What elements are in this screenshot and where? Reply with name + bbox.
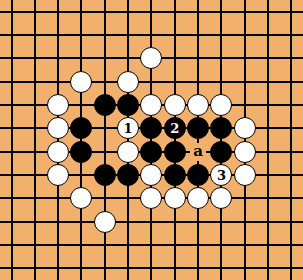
black-stone [140, 117, 162, 139]
white-stone [47, 164, 69, 186]
black-stone [94, 94, 116, 116]
white-stone [187, 187, 209, 209]
black-stone [210, 117, 232, 139]
stone-number-label: 2 [170, 122, 179, 135]
white-stone [140, 187, 162, 209]
black-stone [187, 117, 209, 139]
black-stone [70, 117, 92, 139]
grid-line-vertical [290, 0, 292, 280]
white-stone [234, 141, 256, 163]
grid-line-horizontal [0, 244, 303, 246]
grid-line-horizontal [0, 11, 303, 13]
white-stone [47, 94, 69, 116]
grid-line-horizontal [0, 267, 303, 269]
white-stone [94, 211, 116, 233]
stone-number-label: 1 [124, 122, 133, 135]
white-stone [164, 187, 186, 209]
grid-line-vertical [197, 0, 199, 280]
white-stone [187, 94, 209, 116]
go-board: 12a3 [0, 0, 303, 280]
black-stone [70, 141, 92, 163]
black-stone [187, 164, 209, 186]
white-stone [234, 164, 256, 186]
white-stone [234, 117, 256, 139]
grid-line-horizontal [0, 34, 303, 36]
white-stone [210, 94, 232, 116]
white-stone [140, 94, 162, 116]
white-stone [70, 71, 92, 93]
black-stone [94, 164, 116, 186]
grid-line-horizontal [0, 81, 303, 83]
black-stone-move-2: 2 [164, 117, 186, 139]
black-stone [210, 141, 232, 163]
grid-line-vertical [104, 0, 106, 280]
white-stone-move-1: 1 [117, 117, 139, 139]
grid-line-vertical [34, 0, 36, 280]
black-stone [164, 141, 186, 163]
black-stone [164, 164, 186, 186]
white-stone [164, 94, 186, 116]
white-stone [140, 47, 162, 69]
black-stone [117, 164, 139, 186]
grid-line-vertical [267, 0, 269, 280]
white-stone [117, 71, 139, 93]
white-stone [210, 187, 232, 209]
white-stone [47, 117, 69, 139]
white-stone [47, 141, 69, 163]
white-stone-move-3: 3 [210, 164, 232, 186]
white-stone [117, 141, 139, 163]
white-stone [70, 187, 92, 209]
black-stone [140, 141, 162, 163]
stone-number-label: 3 [217, 169, 226, 182]
grid-line-horizontal [0, 221, 303, 223]
grid-line-vertical [11, 0, 13, 280]
white-stone [140, 164, 162, 186]
point-label-a: a [190, 143, 206, 161]
black-stone [117, 94, 139, 116]
